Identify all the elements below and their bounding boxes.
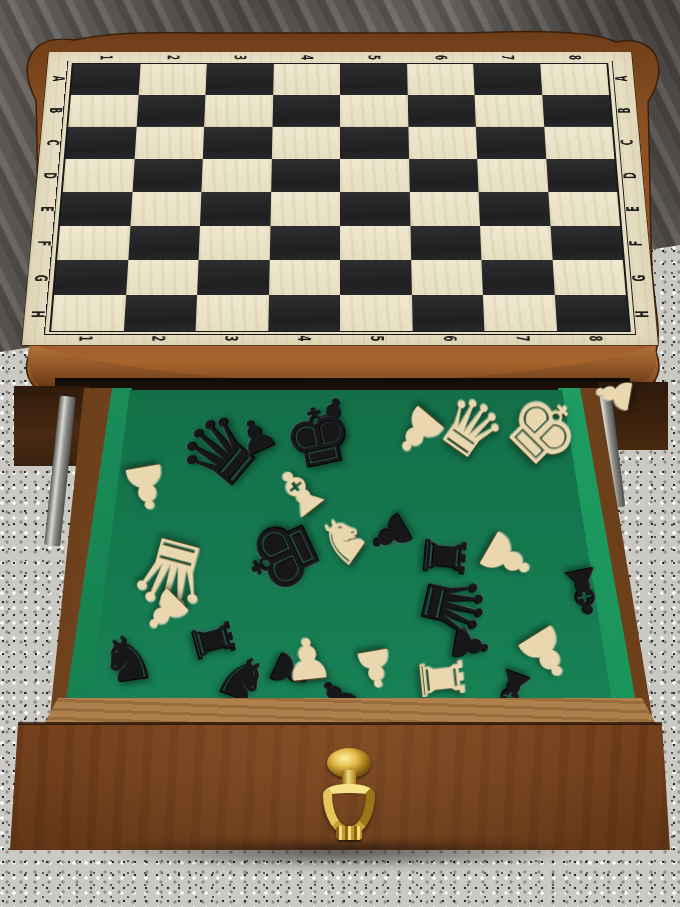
square-h3[interactable]	[196, 295, 269, 331]
square-a5[interactable]	[340, 64, 407, 95]
square-e8[interactable]	[548, 192, 620, 226]
square-c2[interactable]	[134, 127, 204, 159]
square-c8[interactable]	[544, 127, 615, 159]
square-c5[interactable]	[340, 127, 409, 159]
box-body-left	[14, 386, 90, 466]
square-g1[interactable]	[54, 260, 128, 295]
drawer-front-seam	[18, 722, 662, 725]
square-b2[interactable]	[136, 95, 205, 127]
square-e4[interactable]	[270, 192, 340, 226]
square-h1[interactable]	[51, 295, 125, 331]
black-bishop[interactable]: ♝	[550, 555, 617, 627]
drawer-shadow	[6, 842, 674, 876]
square-c1[interactable]	[66, 127, 137, 159]
square-g5[interactable]	[340, 260, 411, 295]
square-d3[interactable]	[201, 159, 271, 192]
square-a4[interactable]	[273, 64, 340, 95]
square-h5[interactable]	[340, 295, 412, 331]
square-e1[interactable]	[60, 192, 132, 226]
brass-handle[interactable]	[317, 748, 381, 844]
square-f2[interactable]	[128, 226, 200, 260]
square-f8[interactable]	[550, 226, 623, 260]
square-a1[interactable]	[71, 64, 140, 95]
square-f6[interactable]	[410, 226, 481, 260]
square-d1[interactable]	[63, 159, 134, 192]
white-king[interactable]: ♚	[487, 374, 600, 487]
square-g4[interactable]	[269, 260, 340, 295]
rank-labels-bottom: 12345678	[48, 332, 632, 345]
square-f3[interactable]	[199, 226, 270, 260]
black-pawn[interactable]: ♟	[445, 621, 497, 670]
black-knight[interactable]: ♞	[95, 624, 159, 693]
chessboard: 12345678 12345678 ABCDEFGH ABCDEFGH	[22, 52, 658, 345]
square-a8[interactable]	[540, 64, 609, 95]
square-e3[interactable]	[200, 192, 271, 226]
square-g2[interactable]	[126, 260, 199, 295]
square-a2[interactable]	[138, 64, 207, 95]
square-b5[interactable]	[340, 95, 408, 127]
square-d7[interactable]	[477, 159, 548, 192]
square-b1[interactable]	[68, 95, 138, 127]
square-h8[interactable]	[554, 295, 628, 331]
square-b6[interactable]	[407, 95, 476, 127]
square-f5[interactable]	[340, 226, 411, 260]
square-c6[interactable]	[408, 127, 477, 159]
square-a3[interactable]	[205, 64, 273, 95]
photo-chess-drawer-box: { "game": "chess", "position": { "fen": …	[0, 0, 680, 907]
square-c7[interactable]	[476, 127, 546, 159]
square-a7[interactable]	[473, 64, 542, 95]
square-f4[interactable]	[269, 226, 340, 260]
square-b4[interactable]	[272, 95, 340, 127]
square-h7[interactable]	[483, 295, 557, 331]
square-g7[interactable]	[481, 260, 554, 295]
square-h4[interactable]	[268, 295, 340, 331]
square-e6[interactable]	[409, 192, 480, 226]
white-pawn[interactable]: ♟	[349, 639, 402, 696]
square-h2[interactable]	[123, 295, 197, 331]
square-d8[interactable]	[546, 159, 617, 192]
white-pawn[interactable]: ♟	[115, 454, 176, 520]
board-squares	[49, 63, 631, 332]
square-d6[interactable]	[409, 159, 479, 192]
square-b8[interactable]	[542, 95, 612, 127]
square-d4[interactable]	[271, 159, 340, 192]
handle-barrel	[336, 826, 362, 840]
square-d2[interactable]	[132, 159, 203, 192]
square-e5[interactable]	[340, 192, 410, 226]
square-a6[interactable]	[407, 64, 475, 95]
square-g3[interactable]	[197, 260, 269, 295]
square-c3[interactable]	[203, 127, 272, 159]
square-f1[interactable]	[57, 226, 130, 260]
square-b3[interactable]	[204, 95, 273, 127]
square-d5[interactable]	[340, 159, 409, 192]
square-b7[interactable]	[475, 95, 544, 127]
square-g8[interactable]	[552, 260, 626, 295]
square-c4[interactable]	[271, 127, 340, 159]
square-e2[interactable]	[130, 192, 201, 226]
square-e7[interactable]	[479, 192, 550, 226]
square-h6[interactable]	[411, 295, 484, 331]
square-g6[interactable]	[411, 260, 483, 295]
square-f7[interactable]	[480, 226, 552, 260]
rank-labels-top: 12345678	[72, 52, 608, 63]
